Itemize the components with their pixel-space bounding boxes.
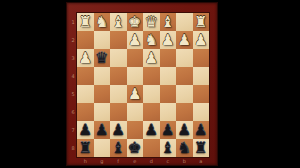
square-d1[interactable]: ♛ (143, 13, 160, 31)
square-f5[interactable] (110, 85, 127, 103)
square-d3[interactable]: ♟ (143, 49, 160, 67)
rank-label-1: 1 (70, 19, 76, 25)
square-b3[interactable] (176, 49, 193, 67)
piece-white-knight[interactable]: ♞ (95, 13, 108, 31)
piece-black-pawn[interactable]: ♟ (145, 121, 158, 139)
square-a4[interactable] (193, 67, 210, 85)
square-d8[interactable]: d (143, 139, 160, 157)
square-a8[interactable]: ♜a (193, 139, 210, 157)
rank-label-8: 8 (70, 145, 76, 151)
square-e3[interactable] (127, 49, 144, 67)
file-label-a: a (193, 158, 210, 165)
piece-white-king[interactable]: ♚ (128, 13, 141, 31)
piece-white-pawn[interactable]: ♟ (128, 31, 141, 49)
square-h5[interactable]: 5 (77, 85, 94, 103)
piece-black-pawn[interactable]: ♟ (161, 121, 174, 139)
chess-board-grid: ♜1♞♝♚♛♝♜2♟♞♟♟♟♟3♛♟45♟6♟7♟♟♟♟♟♟♜8hg♝f♚ed♝… (76, 12, 210, 158)
square-d4[interactable] (143, 67, 160, 85)
piece-white-queen[interactable]: ♛ (145, 13, 158, 31)
square-f4[interactable] (110, 67, 127, 85)
square-h7[interactable]: ♟7 (77, 121, 94, 139)
piece-black-knight[interactable]: ♞ (178, 139, 191, 157)
square-f6[interactable] (110, 103, 127, 121)
square-g1[interactable]: ♞ (94, 13, 111, 31)
square-b7[interactable]: ♟ (176, 121, 193, 139)
square-g7[interactable]: ♟ (94, 121, 111, 139)
file-label-f: f (110, 158, 127, 165)
square-b6[interactable] (176, 103, 193, 121)
square-f1[interactable]: ♝ (110, 13, 127, 31)
square-c1[interactable]: ♝ (160, 13, 177, 31)
square-f3[interactable] (110, 49, 127, 67)
piece-white-pawn[interactable]: ♟ (194, 31, 207, 49)
square-e4[interactable] (127, 67, 144, 85)
square-b5[interactable] (176, 85, 193, 103)
square-d7[interactable]: ♟ (143, 121, 160, 139)
square-d5[interactable] (143, 85, 160, 103)
piece-white-rook[interactable]: ♜ (194, 13, 207, 31)
square-e5[interactable]: ♟ (127, 85, 144, 103)
square-g8[interactable]: g (94, 139, 111, 157)
square-h3[interactable]: ♟3 (77, 49, 94, 67)
chess-board: ♜1♞♝♚♛♝♜2♟♞♟♟♟♟3♛♟45♟6♟7♟♟♟♟♟♟♜8hg♝f♚ed♝… (66, 2, 218, 166)
square-h8[interactable]: ♜8h (77, 139, 94, 157)
square-b4[interactable] (176, 67, 193, 85)
square-c3[interactable] (160, 49, 177, 67)
square-g3[interactable]: ♛ (94, 49, 111, 67)
file-label-b: b (176, 158, 193, 165)
square-h2[interactable]: 2 (77, 31, 94, 49)
piece-white-pawn[interactable]: ♟ (161, 31, 174, 49)
square-g2[interactable] (94, 31, 111, 49)
file-label-g: g (94, 158, 111, 165)
piece-white-bishop[interactable]: ♝ (161, 13, 174, 31)
piece-black-pawn[interactable]: ♟ (194, 121, 207, 139)
square-a2[interactable]: ♟ (193, 31, 210, 49)
file-label-d: d (143, 158, 160, 165)
square-h1[interactable]: ♜1 (77, 13, 94, 31)
square-e6[interactable] (127, 103, 144, 121)
file-label-e: e (127, 158, 144, 165)
piece-white-pawn[interactable]: ♟ (145, 49, 158, 67)
square-a5[interactable] (193, 85, 210, 103)
piece-black-pawn[interactable]: ♟ (79, 121, 92, 139)
rank-label-6: 6 (70, 109, 76, 115)
square-e7[interactable] (127, 121, 144, 139)
square-g5[interactable] (94, 85, 111, 103)
piece-black-pawn[interactable]: ♟ (112, 121, 125, 139)
piece-black-rook[interactable]: ♜ (194, 139, 207, 157)
square-a7[interactable]: ♟ (193, 121, 210, 139)
piece-black-queen[interactable]: ♛ (95, 49, 108, 67)
rank-label-2: 2 (70, 37, 76, 43)
piece-black-pawn[interactable]: ♟ (95, 121, 108, 139)
piece-black-bishop[interactable]: ♝ (112, 139, 125, 157)
square-c6[interactable] (160, 103, 177, 121)
square-a3[interactable] (193, 49, 210, 67)
rank-label-3: 3 (70, 55, 76, 61)
rank-label-7: 7 (70, 127, 76, 133)
square-f7[interactable]: ♟ (110, 121, 127, 139)
piece-white-bishop[interactable]: ♝ (112, 13, 125, 31)
rank-label-5: 5 (70, 91, 76, 97)
desktop-background: { "game": "chess", "viewpoint": "black",… (0, 0, 300, 168)
file-label-c: c (160, 158, 177, 165)
piece-white-rook[interactable]: ♜ (79, 13, 92, 31)
piece-white-pawn[interactable]: ♟ (79, 49, 92, 67)
piece-white-pawn[interactable]: ♟ (178, 31, 191, 49)
square-e2[interactable]: ♟ (127, 31, 144, 49)
square-c8[interactable]: ♝c (160, 139, 177, 157)
square-c7[interactable]: ♟ (160, 121, 177, 139)
file-label-h: h (77, 158, 94, 165)
piece-black-bishop[interactable]: ♝ (161, 139, 174, 157)
square-h4[interactable]: 4 (77, 67, 94, 85)
square-e8[interactable]: ♚e (127, 139, 144, 157)
rank-label-4: 4 (70, 73, 76, 79)
square-c5[interactable] (160, 85, 177, 103)
square-b8[interactable]: ♞b (176, 139, 193, 157)
piece-black-rook[interactable]: ♜ (79, 139, 92, 157)
square-b2[interactable]: ♟ (176, 31, 193, 49)
square-c4[interactable] (160, 67, 177, 85)
square-a1[interactable]: ♜ (193, 13, 210, 31)
square-f8[interactable]: ♝f (110, 139, 127, 157)
square-g4[interactable] (94, 67, 111, 85)
piece-white-pawn[interactable]: ♟ (128, 85, 141, 103)
square-h6[interactable]: 6 (77, 103, 94, 121)
square-c2[interactable]: ♟ (160, 31, 177, 49)
square-f2[interactable] (110, 31, 127, 49)
piece-black-pawn[interactable]: ♟ (178, 121, 191, 139)
square-g6[interactable] (94, 103, 111, 121)
square-a6[interactable] (193, 103, 210, 121)
square-d6[interactable] (143, 103, 160, 121)
piece-white-knight[interactable]: ♞ (145, 31, 158, 49)
piece-black-king[interactable]: ♚ (128, 139, 141, 157)
square-b1[interactable] (176, 13, 193, 31)
square-d2[interactable]: ♞ (143, 31, 160, 49)
square-e1[interactable]: ♚ (127, 13, 144, 31)
